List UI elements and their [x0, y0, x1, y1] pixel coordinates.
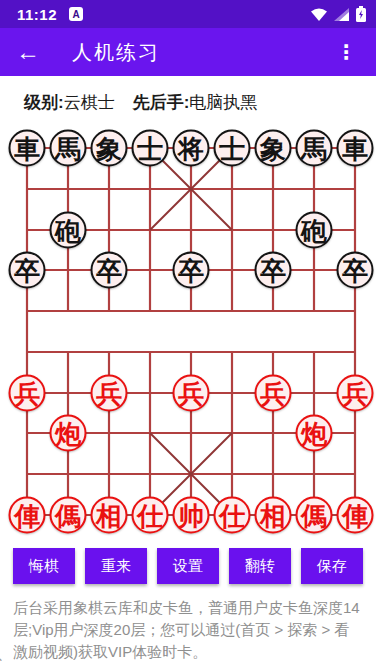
xiangqi-board[interactable]: 車馬象士将士象馬車砲砲卒卒卒卒卒兵兵兵兵兵炮炮俥傌相仕帅仕相傌俥 — [0, 114, 376, 538]
piece-black-elephant[interactable]: 象 — [255, 130, 292, 167]
board-grid — [0, 114, 376, 538]
piece-red-elephant[interactable]: 相 — [255, 497, 292, 534]
app-bar: ← 人机练习 ⋮ — [0, 28, 376, 76]
notification-badge-icon: A — [69, 7, 83, 21]
piece-red-advisor[interactable]: 仕 — [132, 497, 169, 534]
footer-note: 后台采用象棋云库和皮卡鱼，普通用户皮卡鱼深度14层;Vip用户深度20层；您可以… — [0, 597, 376, 663]
piece-red-elephant[interactable]: 相 — [91, 497, 128, 534]
page-title: 人机练习 — [72, 39, 160, 66]
piece-black-horse[interactable]: 馬 — [50, 130, 87, 167]
piece-red-cannon[interactable]: 炮 — [296, 415, 333, 452]
undo-button[interactable]: 悔棋 — [13, 548, 75, 584]
piece-red-chariot[interactable]: 俥 — [337, 497, 374, 534]
piece-red-soldier[interactable]: 兵 — [337, 375, 374, 412]
piece-black-soldier[interactable]: 卒 — [337, 252, 374, 289]
piece-red-horse[interactable]: 傌 — [296, 497, 333, 534]
game-info-bar: 级别:云棋士先后手:电脑执黑 — [0, 92, 376, 114]
screen: 11:12 A ← 人机练习 ⋮ — [0, 0, 376, 668]
stray-mark: 、 — [0, 645, 12, 664]
save-button[interactable]: 保存 — [301, 548, 363, 584]
piece-black-soldier[interactable]: 卒 — [255, 252, 292, 289]
piece-black-cannon[interactable]: 砲 — [296, 212, 333, 249]
piece-black-soldier[interactable]: 卒 — [91, 252, 128, 289]
piece-black-advisor[interactable]: 士 — [214, 130, 251, 167]
piece-red-soldier[interactable]: 兵 — [255, 375, 292, 412]
piece-red-advisor[interactable]: 仕 — [214, 497, 251, 534]
clock: 11:12 — [17, 6, 57, 23]
piece-black-horse[interactable]: 馬 — [296, 130, 333, 167]
back-arrow-icon[interactable]: ← — [16, 40, 40, 64]
status-bar: 11:12 A — [0, 0, 376, 28]
level-label: 级别: — [24, 93, 64, 112]
piece-red-soldier[interactable]: 兵 — [9, 375, 46, 412]
piece-red-cannon[interactable]: 炮 — [50, 415, 87, 452]
piece-black-soldier[interactable]: 卒 — [9, 252, 46, 289]
restart-button[interactable]: 重来 — [85, 548, 147, 584]
level-value: 云棋士 — [64, 93, 115, 112]
overflow-menu-icon[interactable]: ⋮ — [332, 40, 360, 64]
signal-icon — [334, 8, 349, 21]
battery-charging-icon — [356, 6, 366, 22]
piece-red-soldier[interactable]: 兵 — [173, 375, 210, 412]
turn-value: 电脑执黑 — [189, 93, 257, 112]
piece-red-general[interactable]: 帅 — [173, 497, 210, 534]
piece-red-chariot[interactable]: 俥 — [9, 497, 46, 534]
piece-black-chariot[interactable]: 車 — [9, 130, 46, 167]
flip-board-button[interactable]: 翻转 — [229, 548, 291, 584]
piece-black-soldier[interactable]: 卒 — [173, 252, 210, 289]
wifi-icon — [311, 8, 327, 21]
piece-red-soldier[interactable]: 兵 — [91, 375, 128, 412]
toolbar: 悔棋重来设置翻转保存 — [0, 548, 376, 584]
piece-black-advisor[interactable]: 士 — [132, 130, 169, 167]
settings-button[interactable]: 设置 — [157, 548, 219, 584]
piece-black-cannon[interactable]: 砲 — [50, 212, 87, 249]
piece-black-elephant[interactable]: 象 — [91, 130, 128, 167]
piece-black-chariot[interactable]: 車 — [337, 130, 374, 167]
piece-black-general[interactable]: 将 — [173, 130, 210, 167]
piece-red-horse[interactable]: 傌 — [50, 497, 87, 534]
turn-label: 先后手: — [133, 93, 190, 112]
